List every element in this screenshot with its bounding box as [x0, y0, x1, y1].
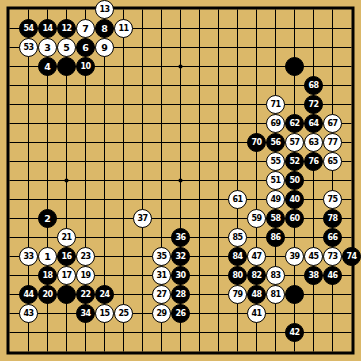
white-stone-move-41: 41 [247, 304, 266, 323]
go-board[interactable]: 1234567891011121314151617181920212223242… [0, 0, 361, 361]
white-stone-move-11: 11 [114, 19, 133, 38]
white-stone-move-77: 77 [323, 133, 342, 152]
black-stone-move-10: 10 [76, 57, 95, 76]
black-stone-move-34: 34 [76, 304, 95, 323]
white-stone-move-49: 49 [266, 190, 285, 209]
black-stone-move-78: 78 [323, 209, 342, 228]
black-stone-move-42: 42 [285, 323, 304, 342]
white-stone-move-61: 61 [228, 190, 247, 209]
white-stone-move-65: 65 [323, 152, 342, 171]
white-stone-move-51: 51 [266, 171, 285, 190]
white-stone-move-47: 47 [247, 247, 266, 266]
white-stone-move-15: 15 [95, 304, 114, 323]
black-stone-move-28: 28 [171, 285, 190, 304]
black-stone-move-20: 20 [38, 285, 57, 304]
white-stone-move-73: 73 [323, 247, 342, 266]
white-stone-move-31: 31 [152, 266, 171, 285]
black-stone-move-26: 26 [171, 304, 190, 323]
black-stone-move-40: 40 [285, 190, 304, 209]
white-stone-move-25: 25 [114, 304, 133, 323]
black-stone-move-80: 80 [228, 266, 247, 285]
black-stone-move-44: 44 [19, 285, 38, 304]
black-stone-move-86: 86 [266, 228, 285, 247]
white-stone-move-33: 33 [19, 247, 38, 266]
white-stone-move-53: 53 [19, 38, 38, 57]
black-stone-move-4: 4 [38, 57, 57, 76]
black-stone-handicap [285, 285, 304, 304]
black-stone-move-62: 62 [285, 114, 304, 133]
white-stone-move-57: 57 [285, 133, 304, 152]
black-stone-move-58: 58 [266, 209, 285, 228]
black-stone-move-14: 14 [38, 19, 57, 38]
black-stone-move-82: 82 [247, 266, 266, 285]
white-stone-move-1: 1 [38, 247, 57, 266]
white-stone-move-21: 21 [57, 228, 76, 247]
white-stone-move-35: 35 [152, 247, 171, 266]
black-stone-move-70: 70 [247, 133, 266, 152]
black-stone-move-72: 72 [304, 95, 323, 114]
white-stone-move-3: 3 [38, 38, 57, 57]
white-stone-move-83: 83 [266, 266, 285, 285]
white-stone-move-85: 85 [228, 228, 247, 247]
black-stone-move-50: 50 [285, 171, 304, 190]
white-stone-move-19: 19 [76, 266, 95, 285]
go-diagram: 1234567891011121314151617181920212223242… [0, 0, 361, 361]
white-stone-move-5: 5 [57, 38, 76, 57]
white-stone-move-39: 39 [285, 247, 304, 266]
white-stone-move-7: 7 [76, 19, 95, 38]
black-stone-move-76: 76 [304, 152, 323, 171]
black-stone-move-36: 36 [171, 228, 190, 247]
black-stone-move-30: 30 [171, 266, 190, 285]
white-stone-move-81: 81 [266, 285, 285, 304]
white-stone-move-17: 17 [57, 266, 76, 285]
black-stone-move-16: 16 [57, 247, 76, 266]
black-stone-move-24: 24 [95, 285, 114, 304]
white-stone-move-71: 71 [266, 95, 285, 114]
black-stone-handicap [57, 285, 76, 304]
white-stone-move-79: 79 [228, 285, 247, 304]
black-stone-move-2: 2 [38, 209, 57, 228]
black-stone-move-54: 54 [19, 19, 38, 38]
white-stone-move-45: 45 [304, 247, 323, 266]
white-stone-move-29: 29 [152, 304, 171, 323]
black-stone-move-38: 38 [304, 266, 323, 285]
black-stone-move-68: 68 [304, 76, 323, 95]
white-stone-move-43: 43 [19, 304, 38, 323]
white-stone-move-55: 55 [266, 152, 285, 171]
black-stone-move-8: 8 [95, 19, 114, 38]
black-stone-move-46: 46 [323, 266, 342, 285]
white-stone-move-63: 63 [304, 133, 323, 152]
black-stone-move-48: 48 [247, 285, 266, 304]
white-stone-move-75: 75 [323, 190, 342, 209]
black-stone-move-18: 18 [38, 266, 57, 285]
black-stone-handicap [57, 57, 76, 76]
white-stone-move-13: 13 [95, 0, 114, 19]
black-stone-move-12: 12 [57, 19, 76, 38]
white-stone-move-37: 37 [133, 209, 152, 228]
white-stone-move-59: 59 [247, 209, 266, 228]
black-stone-move-52: 52 [285, 152, 304, 171]
white-stone-move-27: 27 [152, 285, 171, 304]
black-stone-move-60: 60 [285, 209, 304, 228]
white-stone-move-67: 67 [323, 114, 342, 133]
white-stone-move-23: 23 [76, 247, 95, 266]
black-stone-move-22: 22 [76, 285, 95, 304]
black-stone-move-84: 84 [228, 247, 247, 266]
black-stone-move-56: 56 [266, 133, 285, 152]
white-stone-move-9: 9 [95, 38, 114, 57]
black-stone-handicap [285, 57, 304, 76]
black-stone-move-66: 66 [323, 228, 342, 247]
white-stone-move-69: 69 [266, 114, 285, 133]
black-stone-move-6: 6 [76, 38, 95, 57]
black-stone-move-32: 32 [171, 247, 190, 266]
black-stone-move-64: 64 [304, 114, 323, 133]
black-stone-move-74: 74 [342, 247, 361, 266]
